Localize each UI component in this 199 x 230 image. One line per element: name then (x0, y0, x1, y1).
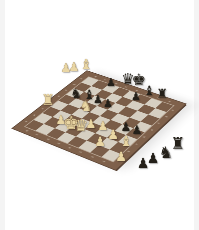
coordinate-label: 3 (80, 151, 84, 153)
photo-right-margin (194, 0, 199, 230)
coordinate-label: 3 (146, 93, 149, 95)
board-squares (25, 77, 173, 161)
coordinate-label: 8 (95, 76, 98, 78)
coordinate-label: 2 (157, 97, 160, 99)
coordinate-label: f (158, 123, 161, 124)
coordinate-label: 5 (125, 86, 128, 88)
piece-white-bishop-captured-white: ♝ (80, 57, 93, 71)
coordinate-label: f (65, 90, 68, 91)
piece-white-pawn-captured-white: ♟ (61, 62, 72, 74)
coordinate-label: c (41, 108, 44, 110)
coordinate-label: g (165, 116, 169, 118)
chess-board: abcdefgh abcdefgh 87654321 87654321 (13, 71, 186, 170)
piece-white-pawn-captured-white: ♟ (69, 61, 80, 73)
coordinate-label: 6 (115, 83, 118, 85)
coordinate-label: 7 (36, 134, 40, 136)
coordinate-label: g (72, 84, 75, 86)
coordinate-label: 7 (105, 79, 108, 81)
photo-left-margin (0, 0, 5, 230)
coordinate-label: a (25, 121, 28, 123)
coordinate-label: 2 (91, 156, 95, 158)
coordinate-label: b (127, 151, 131, 153)
coordinate-label: h (80, 78, 83, 80)
coordinate-label: 1 (168, 101, 172, 103)
coordinate-label: 4 (136, 90, 139, 92)
coordinate-label: 4 (69, 147, 73, 149)
piece-black-king-h5: ♚ (132, 72, 146, 88)
piece-black-pawn-captured-black: ♟ (137, 156, 150, 170)
chess-set-product-photo: abcdefgh abcdefgh 87654321 87654321 ♝♟♟♛… (0, 0, 199, 230)
coordinate-label: 6 (47, 138, 51, 140)
coordinate-label: 8 (26, 130, 30, 132)
coordinate-label: 1 (103, 161, 107, 163)
piece-black-knight-captured-black: ♞ (159, 145, 173, 161)
coordinate-label: c (135, 143, 139, 145)
coordinate-label: d (49, 102, 52, 104)
coordinate-label: a (119, 158, 123, 160)
coordinate-label: b (33, 114, 36, 116)
coordinate-label: h (172, 109, 176, 111)
coordinate-label: 5 (58, 143, 62, 145)
coordinate-label: e (150, 129, 154, 131)
coordinate-label: e (57, 95, 60, 97)
coordinate-label: d (143, 136, 147, 138)
piece-black-pawn-captured-black: ♟ (147, 151, 160, 165)
piece-black-rook-captured-black: ♜ (171, 136, 185, 152)
